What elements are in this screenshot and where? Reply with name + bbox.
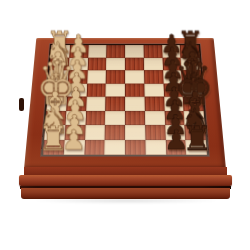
square xyxy=(125,140,145,155)
square xyxy=(105,125,125,140)
square: ♟ xyxy=(164,111,184,125)
square xyxy=(125,83,144,96)
square: ♜ xyxy=(43,140,64,155)
square xyxy=(125,111,145,125)
square xyxy=(105,140,125,155)
square xyxy=(144,83,164,96)
square: ♞ xyxy=(185,125,206,140)
square xyxy=(125,125,145,140)
square: ♚ xyxy=(183,97,203,111)
square xyxy=(125,97,145,111)
black-rook: ♜ xyxy=(176,28,203,57)
square: ♟ xyxy=(69,45,88,57)
square xyxy=(87,57,106,70)
square xyxy=(144,57,163,70)
square: ♟ xyxy=(165,140,186,155)
square: ♟ xyxy=(163,70,183,83)
square: ♟ xyxy=(164,97,184,111)
square xyxy=(106,83,125,96)
square: ♟ xyxy=(66,97,86,111)
square xyxy=(105,111,125,125)
square xyxy=(125,57,144,70)
square: ♞ xyxy=(181,57,201,70)
board-frame: ♜♟♟♜♞♟♟♞♝♟♟♝♛♟♟♛♚♟♟♚♝♟♟♝♞♟♟♞♜♟♟♜ xyxy=(24,38,226,169)
square: ♞ xyxy=(44,125,65,140)
square xyxy=(106,70,125,83)
white-pawn: ♟ xyxy=(67,33,89,57)
square xyxy=(145,140,166,155)
square xyxy=(84,140,105,155)
square: ♝ xyxy=(182,70,202,83)
square: ♟ xyxy=(68,57,87,70)
square: ♛ xyxy=(182,83,202,96)
square xyxy=(105,97,125,111)
square xyxy=(145,125,165,140)
square xyxy=(106,45,125,57)
square: ♟ xyxy=(65,111,85,125)
square: ♟ xyxy=(64,125,85,140)
square xyxy=(125,70,144,83)
square: ♝ xyxy=(184,111,205,125)
square xyxy=(86,97,106,111)
square: ♟ xyxy=(162,45,181,57)
square xyxy=(144,70,163,83)
square xyxy=(143,45,162,57)
square: ♟ xyxy=(163,83,183,96)
square: ♜ xyxy=(180,45,199,57)
square: ♝ xyxy=(49,70,69,83)
square: ♟ xyxy=(162,57,181,70)
square: ♟ xyxy=(165,125,186,140)
square xyxy=(144,97,164,111)
square: ♜ xyxy=(51,45,70,57)
molding-ledge xyxy=(19,175,232,186)
square xyxy=(106,57,125,70)
side-clasp xyxy=(19,98,24,111)
square xyxy=(145,111,165,125)
square xyxy=(87,70,106,83)
board-3d: ♜♟♟♜♞♟♟♞♝♟♟♝♛♟♟♛♚♟♟♚♝♟♟♝♞♟♟♞♜♟♟♜ xyxy=(24,38,226,169)
square: ♚ xyxy=(47,97,67,111)
product-photo: ♜♟♟♜♞♟♟♞♝♟♟♝♛♟♟♛♚♟♟♚♝♟♟♝♞♟♟♞♜♟♟♜ xyxy=(0,0,250,250)
chess-board: ♜♟♟♜♞♟♟♞♝♟♟♝♛♟♟♛♚♟♟♚♝♟♟♝♞♟♟♞♜♟♟♜ xyxy=(41,44,209,156)
square xyxy=(125,45,144,57)
square xyxy=(86,83,106,96)
square: ♝ xyxy=(45,111,66,125)
square: ♟ xyxy=(64,140,85,155)
square: ♟ xyxy=(68,70,88,83)
floor-shadow xyxy=(30,197,222,204)
square: ♛ xyxy=(48,83,68,96)
square xyxy=(85,125,105,140)
square: ♞ xyxy=(50,57,70,70)
square xyxy=(88,45,107,57)
square: ♜ xyxy=(186,140,207,155)
square xyxy=(85,111,105,125)
square: ♟ xyxy=(67,83,87,96)
